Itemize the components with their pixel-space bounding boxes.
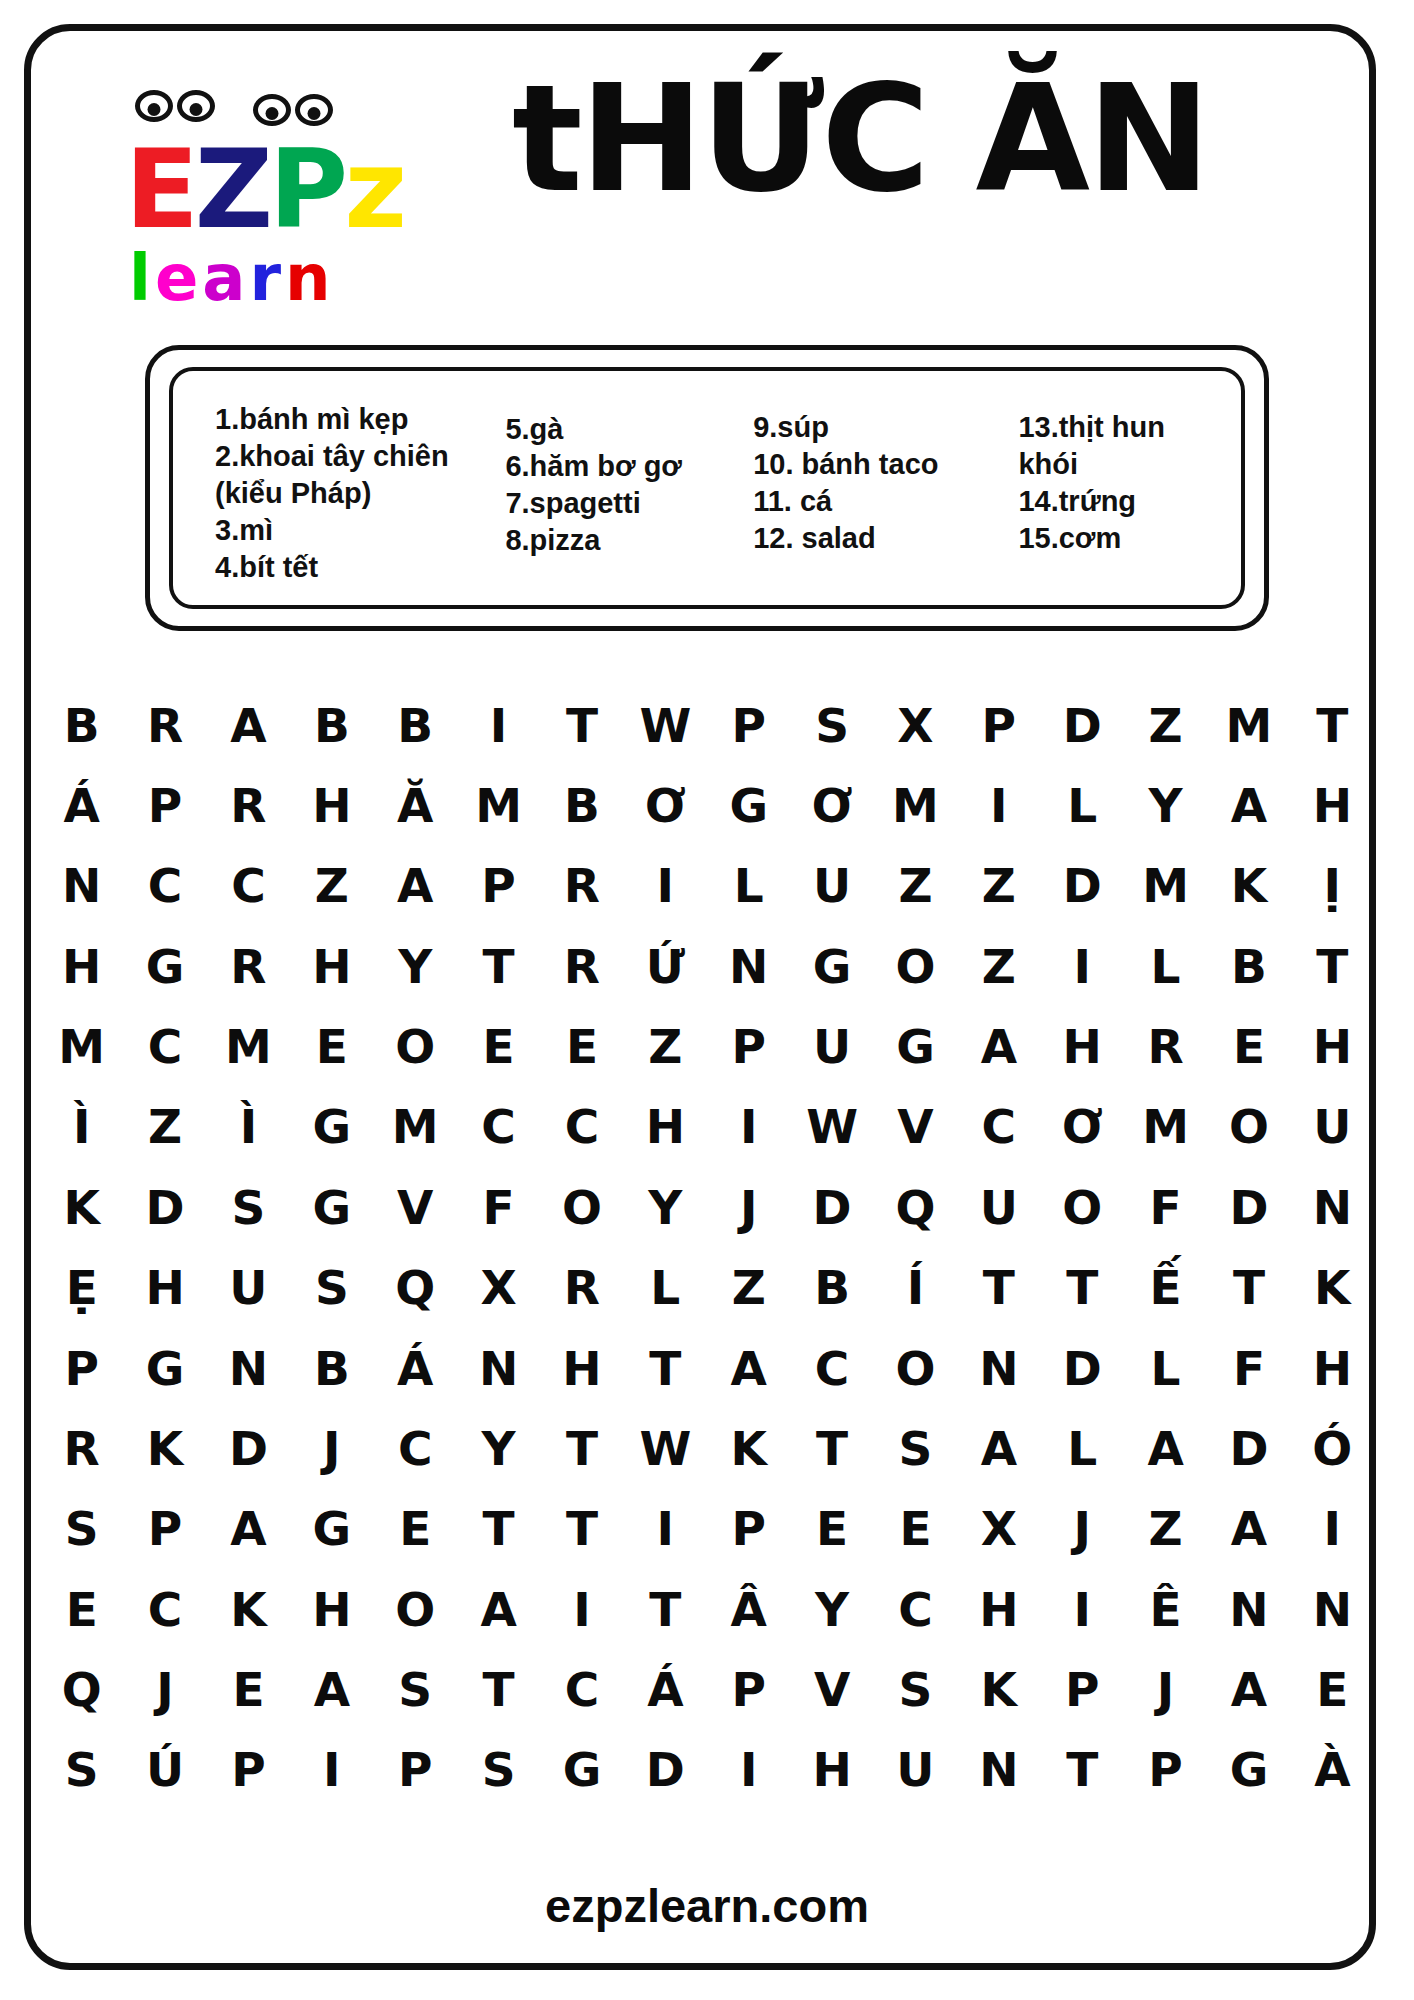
grid-cell-r7c4: G [313, 1184, 352, 1231]
logo-letter: r [250, 241, 286, 315]
grid-cell-r11c15: A [1231, 1505, 1267, 1552]
grid-cell-r13c9: P [731, 1666, 765, 1713]
grid-cell-r8c3: U [229, 1264, 267, 1311]
grid-cell-r1c11: X [897, 702, 933, 749]
grid-cell-r10c16: Ó [1312, 1425, 1352, 1472]
eye-icon [177, 90, 215, 122]
grid-cell-r4c1: H [62, 943, 101, 990]
grid-cell-r13c15: A [1231, 1666, 1267, 1713]
grid-cell-r4c2: G [146, 943, 185, 990]
word-list-item: 15.cơm [1018, 520, 1241, 557]
grid-cell-r7c15: D [1229, 1184, 1268, 1231]
grid-cell-r2c3: R [230, 782, 266, 829]
grid-cell-r11c6: T [483, 1505, 515, 1552]
grid-cell-r7c2: D [146, 1184, 185, 1231]
word-list-item: 1.bánh mì kẹp [215, 401, 505, 438]
grid-cell-r14c3: P [231, 1746, 265, 1793]
word-list-item: 10. bánh taco [753, 446, 1018, 483]
grid-cell-r3c1: N [62, 862, 101, 909]
grid-cell-r3c7: R [564, 862, 600, 909]
grid-cell-r12c7: I [573, 1586, 591, 1633]
grid-cell-r10c10: T [816, 1425, 848, 1472]
grid-cell-r13c3: E [232, 1666, 264, 1713]
grid-cell-r6c3: Ì [240, 1103, 258, 1150]
grid-cell-r6c13: Ơ [1062, 1103, 1103, 1150]
grid-cell-r11c12: X [981, 1505, 1017, 1552]
grid-cell-r8c16: K [1314, 1264, 1350, 1311]
grid-cell-r4c9: N [729, 943, 768, 990]
grid-cell-r3c11: Z [898, 862, 932, 909]
grid-cell-r1c13: D [1063, 702, 1102, 749]
grid-cell-r14c4: I [323, 1746, 341, 1793]
grid-cell-r8c11: Í [907, 1264, 925, 1311]
grid-cell-r5c2: C [148, 1023, 183, 1070]
grid-cell-r7c12: U [980, 1184, 1018, 1231]
grid-cell-r11c3: A [230, 1505, 266, 1552]
grid-cell-r1c5: B [397, 702, 433, 749]
grid-cell-r1c6: I [490, 702, 508, 749]
grid-cell-r14c13: T [1066, 1746, 1098, 1793]
grid-cell-r3c5: A [397, 862, 433, 909]
grid-cell-r9c13: D [1063, 1345, 1102, 1392]
grid-cell-r3c13: D [1063, 862, 1102, 909]
grid-cell-r9c3: N [229, 1345, 268, 1392]
grid-cell-r5c13: H [1063, 1023, 1102, 1070]
grid-cell-r1c3: A [230, 702, 266, 749]
grid-cell-r11c4: G [313, 1505, 352, 1552]
grid-cell-r9c8: T [649, 1345, 681, 1392]
grid-cell-r5c15: E [1233, 1023, 1265, 1070]
grid-cell-r7c8: Y [648, 1184, 682, 1231]
grid-cell-r14c2: Ú [146, 1746, 184, 1793]
grid-cell-r12c11: C [898, 1586, 933, 1633]
logo-text-learn: learn [129, 246, 335, 310]
grid-cell-r8c6: X [480, 1264, 516, 1311]
grid-cell-r10c15: D [1229, 1425, 1268, 1472]
grid-cell-r3c15: K [1231, 862, 1267, 909]
grid-cell-r2c2: P [148, 782, 182, 829]
grid-cell-r4c8: Ứ [646, 943, 685, 990]
grid-cell-r1c10: S [815, 702, 849, 749]
grid-cell-r14c6: S [482, 1746, 516, 1793]
grid-cell-r13c4: A [314, 1666, 350, 1713]
grid-cell-r2c11: M [892, 782, 939, 829]
word-list-item: 11. cá [753, 483, 1018, 520]
grid-cell-r5c1: M [58, 1023, 105, 1070]
grid-cell-r5c9: P [731, 1023, 765, 1070]
eye-icon [253, 94, 291, 126]
grid-cell-r10c6: Y [482, 1425, 516, 1472]
grid-cell-r8c13: T [1066, 1264, 1098, 1311]
grid-cell-r13c1: Q [62, 1666, 102, 1713]
grid-cell-r7c3: S [232, 1184, 266, 1231]
grid-cell-r13c10: V [814, 1666, 850, 1713]
grid-cell-r3c14: M [1142, 862, 1189, 909]
grid-cell-r1c12: P [982, 702, 1016, 749]
grid-cell-r7c7: O [562, 1184, 602, 1231]
grid-cell-r6c6: C [481, 1103, 516, 1150]
grid-cell-r14c8: D [646, 1746, 685, 1793]
grid-cell-r9c1: P [64, 1345, 98, 1392]
grid-cell-r6c7: C [565, 1103, 600, 1150]
grid-cell-r8c7: R [564, 1264, 600, 1311]
grid-cell-r2c7: B [564, 782, 600, 829]
grid-cell-r4c12: Z [982, 943, 1016, 990]
word-list-item: 14.trứng [1018, 483, 1241, 520]
grid-cell-r5c7: E [566, 1023, 598, 1070]
website-footer: ezpzlearn.com [0, 1878, 1414, 1933]
grid-cell-r13c12: K [981, 1666, 1017, 1713]
word-list-column-4: 13.thịt hunkhói14.trứng15.cơm [1018, 401, 1241, 586]
word-list-columns: 1.bánh mì kẹp2.khoai tây chiên(kiểu Pháp… [215, 401, 1241, 586]
grid-cell-r9c5: Á [397, 1345, 433, 1392]
grid-cell-r1c1: B [64, 702, 100, 749]
grid-cell-r9c2: G [146, 1345, 185, 1392]
grid-cell-r13c8: Á [647, 1666, 683, 1713]
grid-cell-r12c2: C [148, 1586, 183, 1633]
grid-cell-r11c11: E [899, 1505, 931, 1552]
grid-cell-r10c8: W [639, 1425, 691, 1472]
grid-cell-r12c14: Ê [1150, 1586, 1182, 1633]
grid-cell-r9c14: L [1151, 1345, 1181, 1392]
grid-cell-r5c6: E [483, 1023, 515, 1070]
grid-cell-r1c14: Z [1149, 702, 1183, 749]
word-list-item: 5.gà [505, 411, 753, 448]
grid-cell-r5c3: M [225, 1023, 272, 1070]
grid-cell-r4c15: B [1231, 943, 1267, 990]
grid-cell-r12c5: O [395, 1586, 435, 1633]
word-list-item: 13.thịt hun [1018, 409, 1241, 446]
grid-cell-r4c11: O [895, 943, 935, 990]
grid-cell-r2c16: H [1313, 782, 1352, 829]
grid-cell-r14c1: S [65, 1746, 99, 1793]
grid-cell-r4c14: L [1151, 943, 1181, 990]
worksheet-page: EZPz learn tHỨC ĂN 1.bánh mì kẹp2.khoai … [0, 0, 1414, 2000]
grid-cell-r12c6: A [480, 1586, 516, 1633]
grid-cell-r4c3: R [230, 943, 266, 990]
grid-cell-r12c13: I [1073, 1586, 1091, 1633]
grid-cell-r14c12: N [979, 1746, 1018, 1793]
grid-cell-r10c7: T [566, 1425, 598, 1472]
grid-cell-r3c8: I [657, 862, 675, 909]
grid-cell-r11c16: I [1324, 1505, 1342, 1552]
word-list-item: 8.pizza [505, 522, 753, 559]
grid-cell-r6c11: V [897, 1103, 933, 1150]
grid-cell-r2c14: Y [1149, 782, 1183, 829]
grid-cell-r12c10: Y [815, 1586, 849, 1633]
grid-cell-r6c10: W [806, 1103, 858, 1150]
grid-cell-r11c7: T [566, 1505, 598, 1552]
grid-cell-r9c6: N [479, 1345, 518, 1392]
grid-cell-r10c2: K [147, 1425, 183, 1472]
grid-cell-r10c1: R [64, 1425, 100, 1472]
grid-cell-r8c9: Z [732, 1264, 766, 1311]
grid-cell-r4c7: R [564, 943, 600, 990]
grid-cell-r7c9: J [740, 1184, 758, 1231]
grid-cell-r8c2: H [145, 1264, 184, 1311]
word-list-column-1: 1.bánh mì kẹp2.khoai tây chiên(kiểu Pháp… [215, 401, 505, 586]
grid-cell-r5c14: R [1147, 1023, 1183, 1070]
grid-cell-r4c10: G [813, 943, 852, 990]
page-title: tHỨC ĂN [400, 58, 1320, 221]
grid-cell-r14c11: U [896, 1746, 934, 1793]
grid-cell-r11c8: I [657, 1505, 675, 1552]
grid-cell-r9c7: H [562, 1345, 601, 1392]
grid-cell-r13c11: S [899, 1666, 933, 1713]
grid-cell-r4c4: H [312, 943, 351, 990]
grid-cell-r4c6: T [483, 943, 515, 990]
grid-cell-r4c5: Y [398, 943, 432, 990]
grid-cell-r11c1: S [65, 1505, 99, 1552]
grid-cell-r14c14: P [1148, 1746, 1182, 1793]
grid-cell-r2c12: I [990, 782, 1008, 829]
grid-cell-r13c13: P [1065, 1666, 1099, 1713]
grid-cell-r8c12: T [983, 1264, 1015, 1311]
grid-cell-r9c16: H [1313, 1345, 1352, 1392]
grid-cell-r13c14: J [1157, 1666, 1175, 1713]
grid-cell-r8c1: Ẹ [66, 1264, 98, 1311]
grid-cell-r7c5: V [397, 1184, 433, 1231]
grid-cell-r12c12: H [979, 1586, 1018, 1633]
grid-cell-r10c14: A [1147, 1425, 1183, 1472]
grid-cell-r9c11: O [895, 1345, 935, 1392]
grid-cell-r4c16: T [1316, 943, 1348, 990]
word-list-item: 12. salad [753, 520, 1018, 557]
grid-cell-r13c6: T [483, 1666, 515, 1713]
grid-cell-r10c5: C [398, 1425, 433, 1472]
grid-cell-r2c9: G [729, 782, 768, 829]
grid-cell-r2c13: L [1067, 782, 1097, 829]
grid-cell-r6c12: C [982, 1103, 1017, 1150]
grid-cell-r2c1: Á [64, 782, 100, 829]
grid-cell-r14c10: H [812, 1746, 851, 1793]
grid-cell-r7c6: F [483, 1184, 515, 1231]
grid-cell-r6c14: M [1142, 1103, 1189, 1150]
grid-cell-r7c11: Q [895, 1184, 935, 1231]
grid-cell-r12c9: Â [731, 1586, 767, 1633]
grid-cell-r5c4: E [316, 1023, 348, 1070]
grid-cell-r13c7: C [565, 1666, 600, 1713]
grid-cell-r1c2: R [147, 702, 183, 749]
word-list-item: 4.bít tết [215, 549, 505, 586]
grid-cell-r9c10: C [815, 1345, 850, 1392]
word-list-box: 1.bánh mì kẹp2.khoai tây chiên(kiểu Pháp… [145, 345, 1269, 631]
logo-letter: Z [195, 127, 269, 252]
grid-cell-r10c12: A [981, 1425, 1017, 1472]
eye-icon [135, 90, 173, 122]
grid-cell-r13c5: S [398, 1666, 432, 1713]
grid-cell-r12c16: N [1313, 1586, 1352, 1633]
grid-cell-r5c11: G [896, 1023, 935, 1070]
grid-cell-r5c16: H [1313, 1023, 1352, 1070]
grid-cell-r8c5: Q [395, 1264, 435, 1311]
word-list-item: 6.hăm bơ gơ [505, 448, 753, 485]
grid-cell-r12c8: T [649, 1586, 681, 1633]
grid-cell-r11c14: Z [1149, 1505, 1183, 1552]
grid-cell-r3c2: C [148, 862, 183, 909]
grid-cell-r6c1: Ì [73, 1103, 91, 1150]
googly-eyes-left [135, 90, 215, 122]
word-list-item: 7.spagetti [505, 485, 753, 522]
logo-letter: e [155, 241, 202, 315]
grid-cell-r8c4: S [315, 1264, 349, 1311]
grid-cell-r11c5: E [399, 1505, 431, 1552]
word-list-column-3: 9.súp10. bánh taco11. cá12. salad [753, 401, 1018, 586]
grid-cell-r12c1: E [66, 1586, 98, 1633]
grid-cell-r3c6: P [481, 862, 515, 909]
grid-cell-r2c10: Ơ [812, 782, 853, 829]
grid-cell-r3c4: Z [315, 862, 349, 909]
grid-cell-r6c2: Z [148, 1103, 182, 1150]
grid-cell-r8c10: B [814, 1264, 850, 1311]
word-list-item: khói [1018, 446, 1241, 483]
grid-cell-r9c4: B [314, 1345, 350, 1392]
grid-cell-r13c16: E [1316, 1666, 1348, 1713]
grid-cell-r14c7: G [563, 1746, 602, 1793]
grid-cell-r10c11: S [899, 1425, 933, 1472]
grid-cell-r14c15: G [1230, 1746, 1269, 1793]
ezpz-logo: EZPz learn [125, 88, 415, 323]
grid-cell-r8c14: Ế [1150, 1264, 1182, 1311]
grid-cell-r1c16: T [1316, 702, 1348, 749]
logo-letter: P [269, 127, 344, 252]
grid-cell-r6c5: M [392, 1103, 439, 1150]
grid-cell-r7c16: N [1313, 1184, 1352, 1231]
grid-cell-r9c15: F [1233, 1345, 1265, 1392]
grid-cell-r3c16: Ị [1324, 862, 1342, 909]
grid-cell-r1c9: P [731, 702, 765, 749]
grid-cell-r6c15: O [1229, 1103, 1269, 1150]
grid-cell-r1c4: B [314, 702, 350, 749]
grid-cell-r7c13: O [1062, 1184, 1102, 1231]
grid-cell-r6c16: U [1313, 1103, 1351, 1150]
grid-cell-r11c2: P [148, 1505, 182, 1552]
grid-cell-r6c9: I [740, 1103, 758, 1150]
grid-cell-r3c12: Z [982, 862, 1016, 909]
grid-cell-r6c8: H [646, 1103, 685, 1150]
grid-cell-r3c10: U [813, 862, 851, 909]
grid-cell-r10c3: D [229, 1425, 268, 1472]
grid-cell-r1c8: W [639, 702, 691, 749]
grid-cell-r6c4: G [313, 1103, 352, 1150]
logo-letter: a [202, 241, 249, 315]
word-search-grid: BRABBITWPSXPDZMTÁPRHĂMBƠGƠMILYAHNCCZAPRI… [40, 685, 1374, 1810]
grid-cell-r14c9: I [740, 1746, 758, 1793]
grid-cell-r5c5: O [395, 1023, 435, 1070]
grid-cell-r10c4: J [323, 1425, 341, 1472]
grid-cell-r10c13: L [1067, 1425, 1097, 1472]
grid-cell-r5c8: Z [648, 1023, 682, 1070]
grid-cell-r2c15: A [1231, 782, 1267, 829]
grid-cell-r11c9: P [731, 1505, 765, 1552]
logo-letter: n [285, 241, 335, 315]
grid-cell-r12c15: N [1229, 1586, 1268, 1633]
logo-letter: l [129, 241, 155, 315]
grid-cell-r7c10: D [813, 1184, 852, 1231]
grid-cell-r3c9: L [734, 862, 764, 909]
logo-letter: E [125, 127, 195, 252]
grid-cell-r9c9: A [731, 1345, 767, 1392]
grid-cell-r14c16: À [1314, 1746, 1350, 1793]
grid-cell-r1c15: M [1226, 702, 1273, 749]
word-list-inner-box: 1.bánh mì kẹp2.khoai tây chiên(kiểu Pháp… [169, 367, 1245, 609]
googly-eyes-right [253, 94, 333, 126]
grid-cell-r8c8: L [650, 1264, 680, 1311]
grid-cell-r10c9: K [730, 1425, 766, 1472]
grid-cell-r2c5: Ă [397, 782, 433, 829]
grid-cell-r11c10: E [816, 1505, 848, 1552]
word-list-item: 9.súp [753, 409, 1018, 446]
word-list-column-2: 5.gà6.hăm bơ gơ7.spagetti8.pizza [505, 401, 753, 586]
eye-icon [295, 94, 333, 126]
grid-cell-r14c5: P [398, 1746, 432, 1793]
grid-cell-r5c12: A [981, 1023, 1017, 1070]
grid-cell-r13c2: J [156, 1666, 174, 1713]
grid-cell-r7c1: K [63, 1184, 99, 1231]
grid-cell-r12c4: H [312, 1586, 351, 1633]
grid-cell-r8c15: T [1233, 1264, 1265, 1311]
grid-cell-r5c10: U [813, 1023, 851, 1070]
grid-cell-r2c6: M [475, 782, 522, 829]
word-list-item: 2.khoai tây chiên [215, 438, 505, 475]
grid-cell-r12c3: K [230, 1586, 266, 1633]
grid-cell-r1c7: T [566, 702, 598, 749]
grid-cell-r11c13: J [1073, 1505, 1091, 1552]
grid-cell-r7c14: F [1150, 1184, 1182, 1231]
grid-cell-r3c3: C [231, 862, 266, 909]
word-list-item: 3.mì [215, 512, 505, 549]
word-list-item: (kiểu Pháp) [215, 475, 505, 512]
logo-letter: z [344, 127, 403, 252]
grid-cell-r2c4: H [312, 782, 351, 829]
grid-cell-r9c12: N [979, 1345, 1018, 1392]
grid-cell-r4c13: I [1073, 943, 1091, 990]
grid-cell-r2c8: Ơ [645, 782, 686, 829]
logo-text-ezpz: EZPz [125, 136, 403, 244]
